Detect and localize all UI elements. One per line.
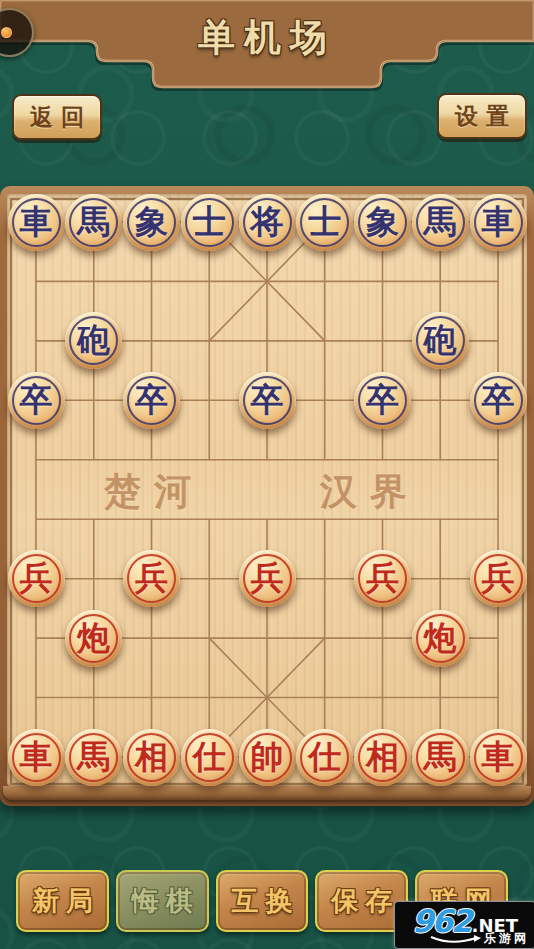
red-advisor-piece[interactable]: 仕 — [296, 729, 353, 786]
red-chariot-piece[interactable]: 車 — [8, 729, 65, 786]
piece-glyph: 兵 — [8, 550, 65, 607]
red-soldier-piece[interactable]: 兵 — [354, 550, 411, 607]
status-dot-icon — [1, 27, 12, 38]
piece-glyph: 兵 — [354, 550, 411, 607]
red-horse-piece[interactable]: 馬 — [65, 729, 122, 786]
piece-glyph: 馬 — [65, 729, 122, 786]
red-soldier-piece[interactable]: 兵 — [123, 550, 180, 607]
piece-glyph: 炮 — [65, 610, 122, 667]
black-advisor-piece[interactable]: 士 — [181, 194, 238, 251]
piece-glyph: 車 — [470, 194, 527, 251]
black-soldier-piece[interactable]: 卒 — [470, 372, 527, 429]
red-elephant-piece[interactable]: 相 — [354, 729, 411, 786]
red-chariot-piece[interactable]: 車 — [470, 729, 527, 786]
red-advisor-piece[interactable]: 仕 — [181, 729, 238, 786]
red-soldier-piece[interactable]: 兵 — [239, 550, 296, 607]
piece-glyph: 兵 — [239, 550, 296, 607]
piece-glyph: 兵 — [123, 550, 180, 607]
piece-glyph: 兵 — [470, 550, 527, 607]
piece-glyph: 卒 — [354, 372, 411, 429]
piece-glyph: 車 — [8, 729, 65, 786]
undo-button-label: 悔棋 — [132, 883, 200, 919]
red-elephant-piece[interactable]: 相 — [123, 729, 180, 786]
piece-glyph: 仕 — [296, 729, 353, 786]
new-game-button[interactable]: 新局 — [16, 870, 109, 932]
piece-glyph: 砲 — [65, 312, 122, 369]
piece-glyph: 卒 — [8, 372, 65, 429]
red-horse-piece[interactable]: 馬 — [412, 729, 469, 786]
piece-glyph: 炮 — [412, 610, 469, 667]
black-chariot-piece[interactable]: 車 — [470, 194, 527, 251]
piece-glyph: 士 — [181, 194, 238, 251]
piece-glyph: 卒 — [470, 372, 527, 429]
settings-button-label: 设置 — [455, 101, 517, 132]
black-soldier-piece[interactable]: 卒 — [239, 372, 296, 429]
swap-button[interactable]: 互换 — [216, 870, 309, 932]
river-label-right: 汉界 — [320, 467, 420, 517]
piece-glyph: 車 — [470, 729, 527, 786]
page-title: 单机场 — [0, 13, 534, 63]
black-cannon-piece[interactable]: 砲 — [412, 312, 469, 369]
black-horse-piece[interactable]: 馬 — [412, 194, 469, 251]
piece-glyph: 馬 — [412, 729, 469, 786]
black-horse-piece[interactable]: 馬 — [65, 194, 122, 251]
piece-glyph: 仕 — [181, 729, 238, 786]
black-soldier-piece[interactable]: 卒 — [354, 372, 411, 429]
piece-glyph: 卒 — [239, 372, 296, 429]
red-soldier-piece[interactable]: 兵 — [470, 550, 527, 607]
black-elephant-piece[interactable]: 象 — [123, 194, 180, 251]
piece-glyph: 将 — [239, 194, 296, 251]
piece-glyph: 卒 — [123, 372, 180, 429]
red-cannon-piece[interactable]: 炮 — [65, 610, 122, 667]
piece-glyph: 象 — [123, 194, 180, 251]
piece-glyph: 象 — [354, 194, 411, 251]
red-cannon-piece[interactable]: 炮 — [412, 610, 469, 667]
board-grid — [0, 186, 534, 806]
piece-glyph: 相 — [123, 729, 180, 786]
watermark: 962 .NET 乐游网 — [394, 901, 534, 949]
black-general-piece[interactable]: 将 — [239, 194, 296, 251]
settings-button[interactable]: 设置 — [437, 93, 527, 139]
piece-glyph: 馬 — [65, 194, 122, 251]
piece-glyph: 相 — [354, 729, 411, 786]
black-soldier-piece[interactable]: 卒 — [123, 372, 180, 429]
game-screen: 单机场 返回 设置 — [0, 0, 534, 949]
back-button-label: 返回 — [30, 102, 92, 133]
black-soldier-piece[interactable]: 卒 — [8, 372, 65, 429]
piece-glyph: 馬 — [412, 194, 469, 251]
black-advisor-piece[interactable]: 士 — [296, 194, 353, 251]
piece-glyph: 車 — [8, 194, 65, 251]
save-button-label: 保存 — [331, 883, 399, 919]
river-label-left: 楚河 — [104, 467, 204, 517]
piece-glyph: 帥 — [239, 729, 296, 786]
black-elephant-piece[interactable]: 象 — [354, 194, 411, 251]
undo-button[interactable]: 悔棋 — [116, 870, 209, 932]
red-soldier-piece[interactable]: 兵 — [8, 550, 65, 607]
swap-button-label: 互换 — [231, 883, 299, 919]
piece-glyph: 砲 — [412, 312, 469, 369]
back-button[interactable]: 返回 — [12, 94, 102, 140]
piece-glyph: 士 — [296, 194, 353, 251]
watermark-site: 乐游网 — [484, 930, 529, 947]
black-chariot-piece[interactable]: 車 — [8, 194, 65, 251]
red-general-piece[interactable]: 帥 — [239, 729, 296, 786]
swoosh-icon — [430, 933, 482, 945]
black-cannon-piece[interactable]: 砲 — [65, 312, 122, 369]
new-game-button-label: 新局 — [32, 883, 100, 919]
